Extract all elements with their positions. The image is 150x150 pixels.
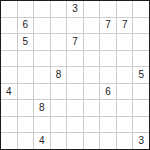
cell-r5c8[interactable] [117,67,133,83]
cell-r4c7[interactable] [100,51,116,67]
given-digit: 4 [6,87,12,97]
cell-r2c4[interactable] [51,18,67,34]
cell-r2c7[interactable]: 7 [100,18,116,34]
cell-r1c4[interactable] [51,1,67,17]
cell-r5c2[interactable] [18,67,34,83]
cell-r1c6[interactable] [84,1,100,17]
given-digit: 4 [39,136,45,146]
given-digit: 7 [72,37,78,47]
cell-r5c4[interactable]: 8 [51,67,67,83]
cell-r8c9[interactable] [133,117,149,133]
cell-r4c8[interactable] [117,51,133,67]
cell-r6c2[interactable] [18,84,34,100]
cell-r2c2[interactable]: 6 [18,18,34,34]
given-digit: 7 [105,20,111,30]
cell-r7c1[interactable] [1,100,17,116]
cell-r8c7[interactable] [100,117,116,133]
cell-r6c3[interactable] [34,84,50,100]
given-digit: 5 [23,37,29,47]
cell-r4c4[interactable] [51,51,67,67]
cell-r9c7[interactable] [100,133,116,149]
cell-r2c6[interactable] [84,18,100,34]
cell-r2c8[interactable]: 7 [117,18,133,34]
cell-r5c6[interactable] [84,67,100,83]
cell-r3c1[interactable] [1,34,17,50]
cell-r6c5[interactable] [67,84,83,100]
given-digit: 6 [23,20,29,30]
cell-r9c8[interactable] [117,133,133,149]
cell-r3c4[interactable] [51,34,67,50]
cell-r7c3[interactable]: 8 [34,100,50,116]
cell-r3c6[interactable] [84,34,100,50]
cell-r7c4[interactable] [51,100,67,116]
cell-r2c5[interactable] [67,18,83,34]
cell-r3c5[interactable]: 7 [67,34,83,50]
given-digit: 3 [72,4,78,14]
cell-r9c3[interactable]: 4 [34,133,50,149]
given-digit: 7 [122,20,128,30]
cell-r6c1[interactable]: 4 [1,84,17,100]
cell-r7c9[interactable] [133,100,149,116]
cell-r4c6[interactable] [84,51,100,67]
cell-r6c4[interactable] [51,84,67,100]
cell-r6c8[interactable] [117,84,133,100]
cell-r1c5[interactable]: 3 [67,1,83,17]
cell-r3c9[interactable] [133,34,149,50]
puzzle-board: 3677578546843 [0,0,150,150]
cell-r1c2[interactable] [18,1,34,17]
cell-r6c6[interactable] [84,84,100,100]
cell-r8c3[interactable] [34,117,50,133]
cell-r1c8[interactable] [117,1,133,17]
cell-r9c1[interactable] [1,133,17,149]
cell-r6c9[interactable] [133,84,149,100]
cell-r2c9[interactable] [133,18,149,34]
cell-r9c2[interactable] [18,133,34,149]
cell-r1c9[interactable] [133,1,149,17]
cell-r2c3[interactable] [34,18,50,34]
cell-r8c4[interactable] [51,117,67,133]
cell-r9c5[interactable] [67,133,83,149]
cell-r5c7[interactable] [100,67,116,83]
cell-r4c2[interactable] [18,51,34,67]
cell-r9c6[interactable] [84,133,100,149]
given-digit: 3 [138,136,144,146]
given-digit: 5 [138,70,144,80]
cell-r8c5[interactable] [67,117,83,133]
cell-r3c7[interactable] [100,34,116,50]
cell-r7c2[interactable] [18,100,34,116]
given-digit: 6 [105,87,111,97]
cell-r5c1[interactable] [1,67,17,83]
cell-r1c7[interactable] [100,1,116,17]
cell-r1c3[interactable] [34,1,50,17]
cell-r5c9[interactable]: 5 [133,67,149,83]
cell-r4c3[interactable] [34,51,50,67]
cell-r9c4[interactable] [51,133,67,149]
cell-r7c8[interactable] [117,100,133,116]
cell-r7c5[interactable] [67,100,83,116]
cell-r6c7[interactable]: 6 [100,84,116,100]
cell-r1c1[interactable] [1,1,17,17]
given-digit: 8 [56,70,62,80]
cell-r5c3[interactable] [34,67,50,83]
cell-r4c5[interactable] [67,51,83,67]
cell-r2c1[interactable] [1,18,17,34]
cell-r3c3[interactable] [34,34,50,50]
cell-r4c9[interactable] [133,51,149,67]
cell-r8c2[interactable] [18,117,34,133]
cell-r7c6[interactable] [84,100,100,116]
cell-r4c1[interactable] [1,51,17,67]
given-digit: 8 [39,103,45,113]
cell-r7c7[interactable] [100,100,116,116]
cell-r8c8[interactable] [117,117,133,133]
cell-r3c2[interactable]: 5 [18,34,34,50]
cell-r3c8[interactable] [117,34,133,50]
cell-r8c1[interactable] [1,117,17,133]
cell-r5c5[interactable] [67,67,83,83]
cell-r8c6[interactable] [84,117,100,133]
cell-r9c9[interactable]: 3 [133,133,149,149]
